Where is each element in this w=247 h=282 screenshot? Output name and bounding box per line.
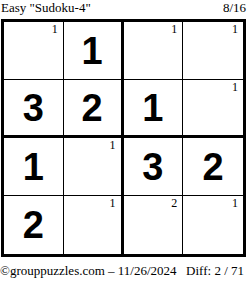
puzzle-page: Easy "Sudoku-4" 8/16 1111321111322121 ©g…: [0, 0, 247, 282]
cell-r4c3[interactable]: 2: [124, 196, 184, 254]
puzzle-title: Easy "Sudoku-4": [1, 0, 91, 15]
sudoku-board: 1111321111322121: [1, 19, 246, 257]
cell-r2c4[interactable]: 1: [183, 80, 243, 138]
cell-value: 1: [82, 32, 103, 70]
cell-value: 3: [142, 148, 163, 186]
difficulty-text: Diff: 2 / 71: [186, 263, 244, 278]
cell-r4c4[interactable]: 1: [183, 196, 243, 254]
cell-r4c1: 2: [4, 196, 64, 254]
cell-r3c1: 1: [4, 138, 64, 196]
pencil-mark: 1: [171, 23, 177, 36]
pencil-mark: 1: [52, 23, 58, 36]
puzzle-footer: ©grouppuzzles.com – 11/26/2024 Diff: 2 /…: [0, 263, 244, 278]
cell-r2c2: 2: [64, 80, 124, 138]
puzzle-header: Easy "Sudoku-4" 8/16: [1, 0, 246, 18]
cell-r1c2: 1: [64, 22, 124, 80]
cell-r3c4: 2: [183, 138, 243, 196]
pencil-mark: 1: [232, 23, 238, 36]
cell-r2c1: 3: [4, 80, 64, 138]
pencil-mark: 2: [171, 197, 177, 210]
pencil-mark: 1: [110, 197, 116, 210]
cell-r1c3[interactable]: 1: [124, 22, 184, 80]
cell-value: 3: [23, 89, 44, 127]
copyright-text: ©grouppuzzles.com – 11/26/2024: [0, 263, 177, 278]
pencil-mark: 1: [110, 139, 116, 152]
cell-value: 1: [142, 89, 163, 127]
cell-value: 2: [203, 148, 224, 186]
pencil-mark: 1: [232, 197, 238, 210]
cell-r2c3: 1: [124, 80, 184, 138]
cell-r3c2[interactable]: 1: [64, 138, 124, 196]
cell-r1c4[interactable]: 1: [183, 22, 243, 80]
cell-r1c1[interactable]: 1: [4, 22, 64, 80]
given-count: 8/16: [223, 0, 246, 15]
cell-value: 1: [23, 148, 44, 186]
cell-r3c3: 3: [124, 138, 184, 196]
cell-r4c2[interactable]: 1: [64, 196, 124, 254]
cell-value: 2: [82, 89, 103, 127]
cell-value: 2: [23, 206, 44, 244]
pencil-mark: 1: [232, 81, 238, 94]
